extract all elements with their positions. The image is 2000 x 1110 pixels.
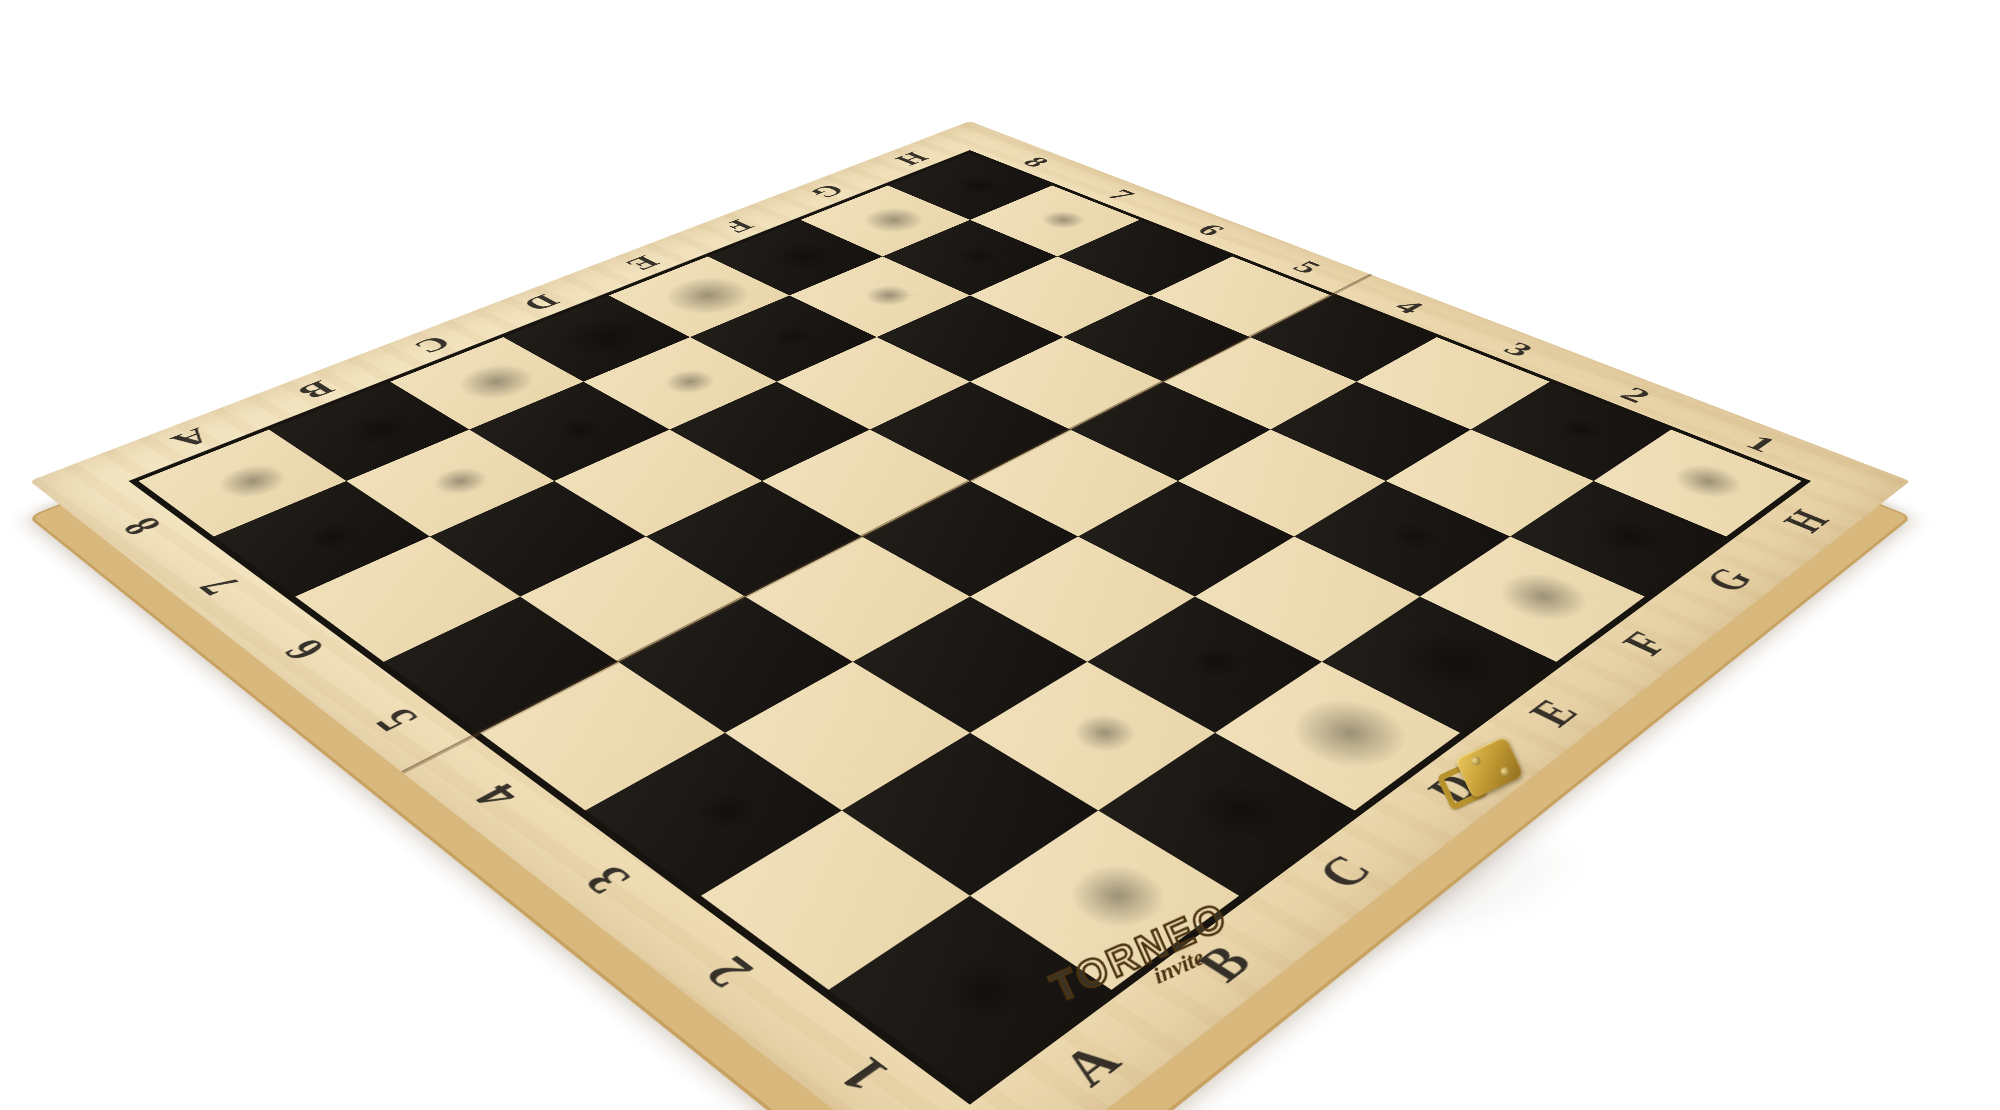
light-king-piece[interactable]: ♚ <box>519 296 701 338</box>
light-pawn-piece[interactable]: ♟ <box>409 455 518 482</box>
dark-rook-piece[interactable]: ♜ <box>1630 449 1770 483</box>
board-perspective-wrap: 88AA77BB66CC55DD44EE33FF22GG11HH ♜♞♝♚♛♝♞… <box>305 0 1635 1110</box>
light-pawn-piece[interactable]: ♟ <box>936 238 1020 257</box>
light-rook-piece[interactable]: ♜ <box>190 449 329 483</box>
board-square[interactable] <box>745 537 970 662</box>
chess-board: 88AA77BB66CC55DD44EE33FF22GG11HH ♜♞♝♚♛♝♞… <box>30 121 1911 1110</box>
board-square[interactable] <box>1078 481 1294 597</box>
board-square[interactable] <box>970 537 1195 662</box>
light-bishop-piece[interactable]: ♝ <box>426 348 577 383</box>
light-knight-piece[interactable]: ♞ <box>311 396 458 431</box>
light-pawn-piece[interactable]: ♟ <box>642 359 739 383</box>
light-pawn-piece[interactable]: ♟ <box>845 276 933 297</box>
light-pawn-piece[interactable]: ♟ <box>1021 203 1104 221</box>
light-rook-piece[interactable]: ♜ <box>929 165 1027 186</box>
light-knight-piece[interactable]: ♞ <box>837 196 951 221</box>
chess-set-photo: 88AA77BB66CC55DD44EE33FF22GG11HH ♜♞♝♚♛♝♞… <box>0 0 2000 1110</box>
board-square[interactable] <box>853 597 1088 733</box>
light-bishop-piece[interactable]: ♝ <box>740 229 869 258</box>
dark-pawn-piece[interactable]: ♟ <box>1522 405 1629 430</box>
light-queen-piece[interactable]: ♛ <box>628 259 793 296</box>
light-pawn-piece[interactable]: ♟ <box>530 405 633 430</box>
light-pawn-piece[interactable]: ♟ <box>747 316 839 338</box>
board-square[interactable] <box>646 481 862 597</box>
